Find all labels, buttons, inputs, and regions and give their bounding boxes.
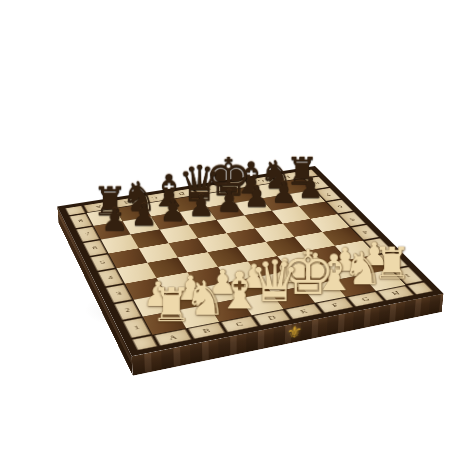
piece-black-pawn[interactable]: ♟ bbox=[242, 182, 271, 211]
scene-3d: ABCDEFGH8♜♞♝♛♚♝♞♜87♟♟♟♟♟♟♟♟7665544332♟♟♟… bbox=[0, 0, 473, 473]
piece-black-pawn[interactable]: ♟ bbox=[186, 191, 216, 221]
brass-clasp-icon: ⚜ bbox=[286, 322, 302, 341]
piece-white-rook[interactable]: ♜ bbox=[150, 282, 185, 328]
piece-black-pawn[interactable]: ♟ bbox=[214, 186, 243, 215]
product-photo-canvas: ABCDEFGH8♜♞♝♛♚♝♞♜87♟♟♟♟♟♟♟♟7665544332♟♟♟… bbox=[0, 0, 473, 473]
piece-black-pawn[interactable]: ♟ bbox=[129, 200, 159, 230]
piece-black-pawn[interactable]: ♟ bbox=[269, 177, 298, 206]
piece-black-pawn[interactable]: ♟ bbox=[158, 195, 188, 225]
piece-black-pawn[interactable]: ♟ bbox=[99, 204, 129, 234]
piece-black-pawn[interactable]: ♟ bbox=[296, 173, 325, 202]
chess-board: ABCDEFGH8♜♞♝♛♚♝♞♜87♟♟♟♟♟♟♟♟7665544332♟♟♟… bbox=[57, 166, 443, 356]
